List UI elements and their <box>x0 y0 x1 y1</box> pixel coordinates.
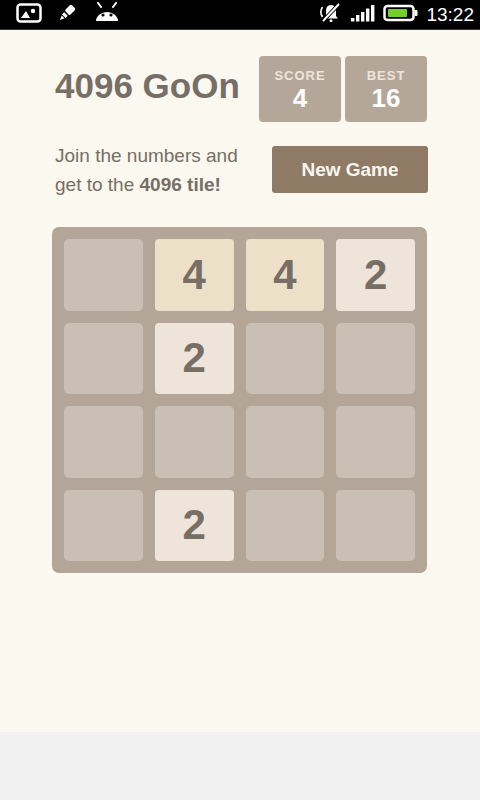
signal-icon <box>350 3 376 27</box>
tile-2: 2 <box>336 239 415 311</box>
empty-cell <box>64 323 143 395</box>
mute-icon <box>319 2 343 28</box>
empty-cell <box>336 323 415 395</box>
brush-icon <box>55 1 79 29</box>
tile-2: 2 <box>155 323 234 395</box>
bottom-panel <box>0 732 480 800</box>
status-bar-right-icons: 13:22 <box>319 2 474 28</box>
android-debug-icon <box>92 2 122 28</box>
score-value: 4 <box>293 85 307 111</box>
empty-cell <box>246 323 325 395</box>
page-title: 4096 GoOn <box>55 66 240 106</box>
clock: 13:22 <box>426 4 474 26</box>
score-panel: SCORE 4 BEST 16 <box>259 56 427 122</box>
screenshot-icon <box>16 2 42 28</box>
tile-4: 4 <box>155 239 234 311</box>
empty-cell <box>64 406 143 478</box>
tile-4: 4 <box>246 239 325 311</box>
empty-cell <box>64 490 143 562</box>
app-screen: 13:22 4096 GoOn SCORE 4 BEST 16 Join the… <box>0 0 480 800</box>
best-box: BEST 16 <box>345 56 427 122</box>
new-game-button[interactable]: New Game <box>272 146 428 193</box>
board[interactable]: 44222 <box>52 227 427 573</box>
empty-cell <box>246 490 325 562</box>
best-value: 16 <box>372 85 401 111</box>
intro-text: Join the numbers and get to the 4096 til… <box>55 141 285 199</box>
empty-cell <box>155 406 234 478</box>
empty-cell <box>246 406 325 478</box>
battery-icon <box>383 3 419 27</box>
score-label: SCORE <box>274 68 325 83</box>
tile-2: 2 <box>155 490 234 562</box>
intro-line1: Join the numbers and <box>55 145 238 166</box>
score-box: SCORE 4 <box>259 56 341 122</box>
empty-cell <box>336 490 415 562</box>
best-label: BEST <box>367 68 406 83</box>
intro-goal: 4096 tile! <box>140 174 221 195</box>
intro-line2-prefix: get to the <box>55 174 140 195</box>
empty-cell <box>64 239 143 311</box>
status-bar-left-icons <box>16 1 122 29</box>
empty-cell <box>336 406 415 478</box>
status-bar: 13:22 <box>0 0 480 30</box>
